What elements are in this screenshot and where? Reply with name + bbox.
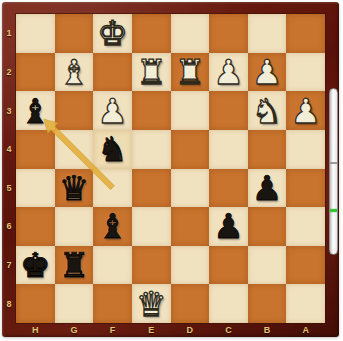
resize-handle-dot[interactable] — [327, 310, 337, 320]
square-b1[interactable] — [248, 14, 287, 53]
square-e3[interactable] — [132, 91, 171, 130]
square-a6[interactable] — [286, 207, 325, 246]
square-f6[interactable]: ♝ — [93, 207, 132, 246]
square-a4[interactable] — [286, 130, 325, 169]
piece-black-queen[interactable]: ♛ — [55, 169, 94, 208]
square-d8[interactable] — [171, 284, 210, 323]
square-e1[interactable] — [132, 14, 171, 53]
piece-white-pawn[interactable]: ♟ — [93, 91, 132, 130]
eval-zero-marker — [330, 162, 337, 164]
square-d5[interactable] — [171, 169, 210, 208]
square-d6[interactable] — [171, 207, 210, 246]
square-f2[interactable] — [93, 53, 132, 92]
square-f1[interactable]: ♚ — [93, 14, 132, 53]
square-f3[interactable]: ♟ — [93, 91, 132, 130]
file-label-b: B — [248, 323, 287, 337]
rank-label-5: 5 — [3, 169, 15, 208]
square-e5[interactable] — [132, 169, 171, 208]
rank-label-3: 3 — [3, 91, 15, 130]
square-a7[interactable] — [286, 246, 325, 285]
square-b5[interactable]: ♟ — [248, 169, 287, 208]
square-e4[interactable] — [132, 130, 171, 169]
square-b4[interactable] — [248, 130, 287, 169]
rank-label-4: 4 — [3, 130, 15, 169]
piece-white-pawn[interactable]: ♟ — [248, 53, 287, 92]
file-label-a: A — [286, 323, 325, 337]
evaluation-bar — [329, 88, 338, 255]
piece-white-rook[interactable]: ♜ — [132, 53, 171, 92]
rank-label-6: 6 — [3, 207, 15, 246]
square-d1[interactable] — [171, 14, 210, 53]
piece-white-rook[interactable]: ♜ — [171, 53, 210, 92]
file-label-e: E — [132, 323, 171, 337]
chess-board: ♚♝♜♜♟♟♝♟♞♟♞♛♟♝♟♚♜♛ — [16, 14, 325, 323]
square-c7[interactable] — [209, 246, 248, 285]
square-e7[interactable] — [132, 246, 171, 285]
square-c8[interactable] — [209, 284, 248, 323]
square-e8[interactable]: ♛ — [132, 284, 171, 323]
square-f7[interactable] — [93, 246, 132, 285]
square-f4[interactable]: ♞ — [93, 130, 132, 169]
square-b3[interactable]: ♞ — [248, 91, 287, 130]
square-g4[interactable] — [55, 130, 94, 169]
file-label-h: H — [16, 323, 55, 337]
file-label-g: G — [55, 323, 94, 337]
square-g6[interactable] — [55, 207, 94, 246]
square-b8[interactable] — [248, 284, 287, 323]
square-g3[interactable] — [55, 91, 94, 130]
piece-black-rook[interactable]: ♜ — [55, 246, 94, 285]
square-f5[interactable] — [93, 169, 132, 208]
square-g5[interactable]: ♛ — [55, 169, 94, 208]
piece-black-knight[interactable]: ♞ — [93, 130, 132, 169]
square-b7[interactable] — [248, 246, 287, 285]
rank-label-1: 1 — [3, 14, 15, 53]
square-h7[interactable]: ♚ — [16, 246, 55, 285]
square-h5[interactable] — [16, 169, 55, 208]
square-a3[interactable]: ♟ — [286, 91, 325, 130]
piece-black-king[interactable]: ♚ — [16, 246, 55, 285]
board-frame: ♚♝♜♜♟♟♝♟♞♟♞♛♟♝♟♚♜♛ 12345678 HGFEDCBA — [2, 2, 339, 337]
square-h1[interactable] — [16, 14, 55, 53]
piece-black-bishop[interactable]: ♝ — [93, 207, 132, 246]
square-a2[interactable] — [286, 53, 325, 92]
square-h6[interactable] — [16, 207, 55, 246]
square-h3[interactable]: ♝ — [16, 91, 55, 130]
square-c5[interactable] — [209, 169, 248, 208]
square-a5[interactable] — [286, 169, 325, 208]
square-d3[interactable] — [171, 91, 210, 130]
eval-value-marker — [330, 209, 337, 212]
square-g1[interactable] — [55, 14, 94, 53]
square-d4[interactable] — [171, 130, 210, 169]
square-a8[interactable] — [286, 284, 325, 323]
square-c2[interactable]: ♟ — [209, 53, 248, 92]
square-b2[interactable]: ♟ — [248, 53, 287, 92]
page: { "game": "chess", "window": {"backgroun… — [0, 0, 343, 341]
file-label-d: D — [171, 323, 210, 337]
piece-black-pawn[interactable]: ♟ — [248, 169, 287, 208]
rank-label-7: 7 — [3, 246, 15, 285]
square-e6[interactable] — [132, 207, 171, 246]
piece-white-knight[interactable]: ♞ — [248, 91, 287, 130]
rank-label-8: 8 — [3, 284, 15, 323]
square-c3[interactable] — [209, 91, 248, 130]
square-h4[interactable] — [16, 130, 55, 169]
piece-black-pawn[interactable]: ♟ — [209, 207, 248, 246]
square-d7[interactable] — [171, 246, 210, 285]
file-label-f: F — [93, 323, 132, 337]
piece-black-bishop[interactable]: ♝ — [16, 91, 55, 130]
square-e2[interactable]: ♜ — [132, 53, 171, 92]
piece-white-pawn[interactable]: ♟ — [209, 53, 248, 92]
square-g8[interactable] — [55, 284, 94, 323]
piece-white-pawn[interactable]: ♟ — [286, 91, 325, 130]
square-c6[interactable]: ♟ — [209, 207, 248, 246]
square-h2[interactable] — [16, 53, 55, 92]
squares-grid: ♚♝♜♜♟♟♝♟♞♟♞♛♟♝♟♚♜♛ — [16, 14, 325, 323]
square-c4[interactable] — [209, 130, 248, 169]
square-d2[interactable]: ♜ — [171, 53, 210, 92]
square-g7[interactable]: ♜ — [55, 246, 94, 285]
file-label-c: C — [209, 323, 248, 337]
square-a1[interactable] — [286, 14, 325, 53]
square-g2[interactable]: ♝ — [55, 53, 94, 92]
piece-white-bishop[interactable]: ♝ — [55, 53, 94, 92]
rank-label-2: 2 — [3, 53, 15, 92]
square-f8[interactable] — [93, 284, 132, 323]
square-b6[interactable] — [248, 207, 287, 246]
piece-white-king[interactable]: ♚ — [93, 14, 132, 53]
square-c1[interactable] — [209, 14, 248, 53]
piece-white-queen[interactable]: ♛ — [132, 284, 171, 323]
square-h8[interactable] — [16, 284, 55, 323]
